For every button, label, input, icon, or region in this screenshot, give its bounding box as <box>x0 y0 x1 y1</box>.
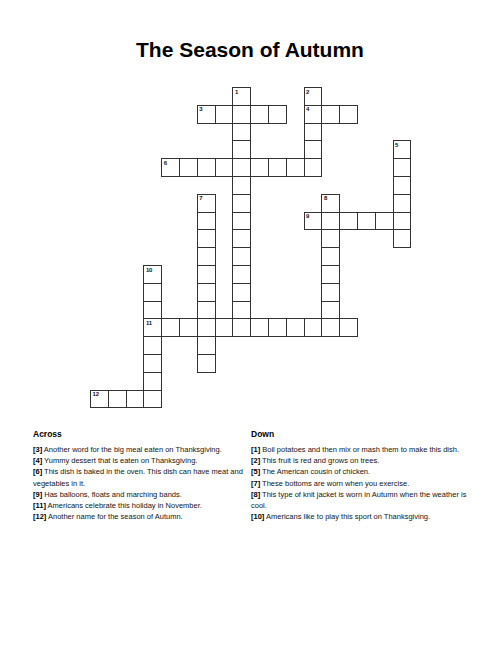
grid-cell-r13c14[interactable] <box>339 318 358 337</box>
grid-cell-r6c8[interactable] <box>232 194 251 213</box>
grid-cell-r6c17[interactable] <box>393 194 412 213</box>
grid-cell-r17c1[interactable] <box>108 390 127 409</box>
clue-across-11: [11] Americans celebrate this holiday in… <box>33 500 251 511</box>
grid-cell-r7c12[interactable]: 9 <box>304 212 323 231</box>
grid-cell-r4c10[interactable] <box>268 158 287 177</box>
grid-cell-r5c17[interactable] <box>393 176 412 195</box>
clue-number-1: 1 <box>235 89 238 96</box>
grid-cell-r2c12[interactable] <box>304 123 323 142</box>
grid-cell-r1c10[interactable] <box>268 105 287 124</box>
crossword-page: { "game": "crossword", "title": "The Sea… <box>0 0 500 647</box>
grid-cell-r10c8[interactable] <box>232 265 251 284</box>
grid-cell-r12c6[interactable] <box>197 301 216 320</box>
clue-across-3: [3] Another word for the big meal eaten … <box>33 444 251 455</box>
across-clues-list: [3] Another word for the big meal eaten … <box>33 444 251 522</box>
clue-down-2: [2] This fruit is red and grows on trees… <box>251 455 469 466</box>
down-header: Down <box>251 429 469 439</box>
grid-cell-r11c6[interactable] <box>197 283 216 302</box>
grid-cell-r7c16[interactable] <box>375 212 394 231</box>
across-header: Across <box>33 429 251 439</box>
grid-cell-r8c8[interactable] <box>232 229 251 248</box>
clue-number-3: 3 <box>199 106 202 113</box>
clue-number-4: 4 <box>306 106 309 113</box>
clue-down-1: [1] Boil potatoes and then mix or mash t… <box>251 444 469 455</box>
grid-cell-r12c3[interactable] <box>143 301 162 320</box>
grid-cell-r15c3[interactable] <box>143 354 162 373</box>
grid-cell-r13c6[interactable] <box>197 318 216 337</box>
clue-number-12: 12 <box>93 391 99 398</box>
grid-cell-r7c14[interactable] <box>339 212 358 231</box>
grid-cell-r13c11[interactable] <box>286 318 305 337</box>
grid-cell-r6c13[interactable]: 8 <box>321 194 340 213</box>
grid-cell-r1c7[interactable] <box>215 105 234 124</box>
clue-down-7: [7] These bottoms are worn when you exer… <box>251 478 469 489</box>
grid-cell-r14c3[interactable] <box>143 336 162 355</box>
down-clues-list: [1] Boil potatoes and then mix or mash t… <box>251 444 469 522</box>
grid-cell-r1c6[interactable]: 3 <box>197 105 216 124</box>
grid-cell-r3c17[interactable]: 5 <box>393 140 412 159</box>
clue-down-8: [8] This type of knit jacket is worn in … <box>251 489 469 511</box>
clue-number-7: 7 <box>199 195 202 202</box>
grid-cell-r2c8[interactable] <box>232 123 251 142</box>
grid-cell-r8c13[interactable] <box>321 229 340 248</box>
grid-cell-r10c6[interactable] <box>197 265 216 284</box>
grid-cell-r13c4[interactable] <box>161 318 180 337</box>
clue-number-9: 9 <box>306 213 309 220</box>
grid-cell-r9c13[interactable] <box>321 247 340 266</box>
grid-cell-r4c11[interactable] <box>286 158 305 177</box>
grid-cell-r9c6[interactable] <box>197 247 216 266</box>
grid-cell-r4c5[interactable] <box>179 158 198 177</box>
grid-cell-r7c15[interactable] <box>357 212 376 231</box>
clue-number-6: 6 <box>164 160 167 167</box>
grid-cell-r1c8[interactable] <box>232 105 251 124</box>
grid-cell-r4c6[interactable] <box>197 158 216 177</box>
grid-cell-r3c12[interactable] <box>304 140 323 159</box>
grid-cell-r10c13[interactable] <box>321 265 340 284</box>
clue-number-5: 5 <box>395 142 398 149</box>
clue-number-8: 8 <box>324 195 327 202</box>
grid-cell-r1c9[interactable] <box>250 105 269 124</box>
clue-across-4: [4] Yummy dessert that is eaten on Thank… <box>33 455 251 466</box>
clue-down-5: [5] The American cousin of chicken. <box>251 466 469 477</box>
grid-cell-r9c8[interactable] <box>232 247 251 266</box>
grid-cell-r10c3[interactable]: 10 <box>143 265 162 284</box>
grid-cell-r17c0[interactable]: 12 <box>90 390 109 409</box>
grid-cell-r11c8[interactable] <box>232 283 251 302</box>
grid-cell-r16c3[interactable] <box>143 372 162 391</box>
grid-cell-r17c2[interactable] <box>126 390 145 409</box>
grid-cell-r4c17[interactable] <box>393 158 412 177</box>
grid-cell-r13c3[interactable]: 11 <box>143 318 162 337</box>
grid-cell-r12c13[interactable] <box>321 301 340 320</box>
grid-cell-r0c12[interactable]: 2 <box>304 87 323 106</box>
grid-cell-r4c7[interactable] <box>215 158 234 177</box>
grid-cell-r11c13[interactable] <box>321 283 340 302</box>
puzzle-title: The Season of Autumn <box>0 38 500 62</box>
clue-across-12: [12] Another name for the season of Autu… <box>33 511 251 522</box>
grid-cell-r5c8[interactable] <box>232 176 251 195</box>
grid-cell-r4c9[interactable] <box>250 158 269 177</box>
grid-cell-r13c5[interactable] <box>179 318 198 337</box>
clue-number-10: 10 <box>146 267 152 274</box>
down-clues-section: Down [1] Boil potatoes and then mix or m… <box>251 429 469 522</box>
grid-cell-r7c13[interactable] <box>321 212 340 231</box>
clue-down-10: [10] Americans like to play this sport o… <box>251 511 469 522</box>
grid-cell-r13c8[interactable] <box>232 318 251 337</box>
grid-cell-r0c8[interactable]: 1 <box>232 87 251 106</box>
grid-cell-r12c8[interactable] <box>232 301 251 320</box>
grid-cell-r7c6[interactable] <box>197 212 216 231</box>
clue-across-6: [6] This dish is baked in the oven. This… <box>33 466 251 488</box>
grid-cell-r1c14[interactable] <box>339 105 358 124</box>
grid-cell-r6c6[interactable]: 7 <box>197 194 216 213</box>
grid-cell-r13c12[interactable] <box>304 318 323 337</box>
grid-cell-r8c6[interactable] <box>197 229 216 248</box>
grid-cell-r14c6[interactable] <box>197 336 216 355</box>
grid-cell-r13c7[interactable] <box>215 318 234 337</box>
grid-cell-r13c9[interactable] <box>250 318 269 337</box>
grid-cell-r13c10[interactable] <box>268 318 287 337</box>
clue-number-11: 11 <box>146 320 152 327</box>
grid-cell-r15c6[interactable] <box>197 354 216 373</box>
clue-across-9: [9] Has balloons, floats and marching ba… <box>33 489 251 500</box>
grid-cell-r4c12[interactable] <box>304 158 323 177</box>
grid-cell-r13c13[interactable] <box>321 318 340 337</box>
grid-cell-r4c4[interactable]: 6 <box>161 158 180 177</box>
grid-cell-r7c17[interactable] <box>393 212 412 231</box>
across-clues-section: Across [3] Another word for the big meal… <box>33 429 251 522</box>
grid-cell-r8c17[interactable] <box>393 229 412 248</box>
grid-cell-r1c12[interactable]: 4 <box>304 105 323 124</box>
crossword-grid: 123456789101112 <box>90 87 412 409</box>
grid-cell-r1c13[interactable] <box>321 105 340 124</box>
grid-cell-r17c3[interactable] <box>143 390 162 409</box>
clue-number-2: 2 <box>306 89 309 96</box>
grid-cell-r4c8[interactable] <box>232 158 251 177</box>
grid-cell-r11c3[interactable] <box>143 283 162 302</box>
grid-cell-r3c8[interactable] <box>232 140 251 159</box>
grid-cell-r7c8[interactable] <box>232 212 251 231</box>
